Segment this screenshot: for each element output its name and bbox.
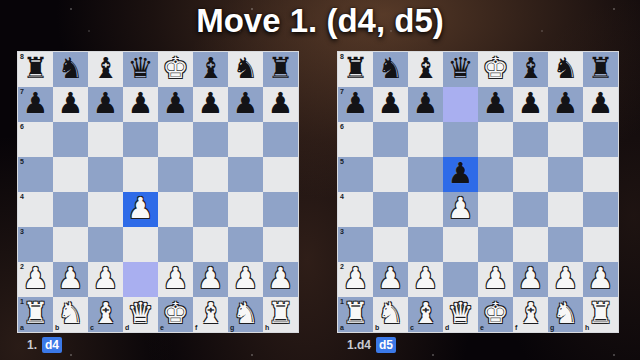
file-label-g: g [550,324,554,331]
square-g4[interactable] [228,192,263,227]
square-d1[interactable]: d♛ [123,297,158,332]
square-d7[interactable]: ♟ [123,87,158,122]
chess-board-right: 8♜♞♝♛♚♝♞♜7♟♟♟♟♟♟♟65♟4♟32♟♟♟♟♟♟♟1a♜b♞c♝d♛… [337,51,619,333]
white-pawn-h2[interactable]: ♟ [268,264,294,295]
white-pawn-b2[interactable]: ♟ [58,264,84,295]
square-b7[interactable]: ♟ [373,87,408,122]
square-c8[interactable]: ♝ [408,52,443,87]
file-label-a: a [340,324,344,331]
file-label-d: d [125,324,129,331]
square-e6[interactable] [478,122,513,157]
square-d7[interactable] [443,87,478,122]
black-pawn-a7[interactable]: ♟ [23,89,49,120]
square-e2[interactable]: ♟ [478,262,513,297]
white-king-e1[interactable]: ♚ [163,299,189,330]
move-list-right: 1.d4 d5 [347,337,396,353]
white-pawn-a2[interactable]: ♟ [343,264,369,295]
black-king-e8[interactable]: ♚ [483,54,509,85]
square-a5[interactable]: 5 [338,157,373,192]
white-knight-b1[interactable]: ♞ [378,299,404,330]
square-b2[interactable]: ♟ [373,262,408,297]
file-label-b: b [55,324,59,331]
white-bishop-c1[interactable]: ♝ [413,299,439,330]
square-f2[interactable]: ♟ [193,262,228,297]
square-e7[interactable]: ♟ [158,87,193,122]
black-bishop-f8[interactable]: ♝ [518,54,544,85]
square-e8[interactable]: ♚ [478,52,513,87]
rank-label-1: 1 [20,298,24,305]
square-b3[interactable] [373,227,408,262]
square-b8[interactable]: ♞ [53,52,88,87]
square-d5[interactable]: ♟ [443,157,478,192]
black-rook-a8[interactable]: ♜ [23,54,49,85]
square-c6[interactable] [408,122,443,157]
square-c2[interactable]: ♟ [88,262,123,297]
square-c7[interactable]: ♟ [408,87,443,122]
square-f5[interactable] [193,157,228,192]
black-pawn-a7[interactable]: ♟ [343,89,369,120]
square-a8[interactable]: 8♜ [338,52,373,87]
square-e1[interactable]: e♚ [158,297,193,332]
square-d6[interactable] [123,122,158,157]
black-pawn-d5[interactable]: ♟ [448,159,474,190]
square-e4[interactable] [478,192,513,227]
square-e3[interactable] [158,227,193,262]
rank-label-6: 6 [20,123,24,130]
square-h1[interactable]: h♜ [583,297,618,332]
square-f1[interactable]: f♝ [513,297,548,332]
file-label-a: a [20,324,24,331]
square-b1[interactable]: b♞ [53,297,88,332]
file-label-g: g [230,324,234,331]
black-pawn-e7[interactable]: ♟ [163,89,189,120]
square-g4[interactable] [548,192,583,227]
current-move-chip[interactable]: d4 [42,337,62,353]
white-pawn-g2[interactable]: ♟ [233,264,259,295]
square-b4[interactable] [53,192,88,227]
square-g2[interactable]: ♟ [548,262,583,297]
square-c1[interactable]: c♝ [408,297,443,332]
square-a2[interactable]: 2♟ [338,262,373,297]
rank-label-8: 8 [340,53,344,60]
black-pawn-e7[interactable]: ♟ [483,89,509,120]
square-f8[interactable]: ♝ [513,52,548,87]
square-d5[interactable] [123,157,158,192]
square-b5[interactable] [53,157,88,192]
file-label-c: c [410,324,414,331]
square-c4[interactable] [88,192,123,227]
square-a5[interactable]: 5 [18,157,53,192]
move-number: 1. [27,338,37,352]
black-knight-g8[interactable]: ♞ [233,54,259,85]
black-knight-b8[interactable]: ♞ [378,54,404,85]
square-b8[interactable]: ♞ [373,52,408,87]
white-pawn-d4[interactable]: ♟ [128,194,154,225]
square-b7[interactable]: ♟ [53,87,88,122]
black-pawn-f7[interactable]: ♟ [518,89,544,120]
file-label-h: h [265,324,269,331]
square-f2[interactable]: ♟ [513,262,548,297]
square-h6[interactable] [583,122,618,157]
square-h2[interactable]: ♟ [263,262,298,297]
square-h1[interactable]: h♜ [263,297,298,332]
square-g1[interactable]: g♞ [228,297,263,332]
square-a8[interactable]: 8♜ [18,52,53,87]
square-c3[interactable] [408,227,443,262]
square-d4[interactable]: ♟ [123,192,158,227]
white-bishop-f1[interactable]: ♝ [518,299,544,330]
square-a4[interactable]: 4 [18,192,53,227]
square-h5[interactable] [263,157,298,192]
white-bishop-c1[interactable]: ♝ [93,299,119,330]
rank-label-5: 5 [340,158,344,165]
square-f4[interactable] [513,192,548,227]
file-label-e: e [160,324,164,331]
current-move-chip[interactable]: d5 [376,337,396,353]
square-e8[interactable]: ♚ [158,52,193,87]
black-queen-d8[interactable]: ♛ [128,54,154,85]
square-f3[interactable] [513,227,548,262]
file-label-f: f [195,324,197,331]
white-pawn-a2[interactable]: ♟ [23,264,49,295]
rank-label-4: 4 [340,193,344,200]
square-b4[interactable] [373,192,408,227]
white-rook-h1[interactable]: ♜ [588,299,614,330]
square-c6[interactable] [88,122,123,157]
black-bishop-f8[interactable]: ♝ [198,54,224,85]
square-e3[interactable] [478,227,513,262]
square-g8[interactable]: ♞ [228,52,263,87]
black-pawn-g7[interactable]: ♟ [553,89,579,120]
square-h5[interactable] [583,157,618,192]
square-g7[interactable]: ♟ [548,87,583,122]
square-f7[interactable]: ♟ [513,87,548,122]
square-h2[interactable]: ♟ [583,262,618,297]
square-b6[interactable] [373,122,408,157]
previous-move: 1.d4 [347,338,371,352]
square-a1[interactable]: 1a♜ [18,297,53,332]
square-f5[interactable] [513,157,548,192]
square-d2[interactable] [123,262,158,297]
black-rook-h8[interactable]: ♜ [588,54,614,85]
page-title: Move 1. (d4, d5) [0,2,640,40]
white-pawn-e2[interactable]: ♟ [483,264,509,295]
white-knight-g1[interactable]: ♞ [553,299,579,330]
file-label-d: d [445,324,449,331]
square-e6[interactable] [158,122,193,157]
square-a4[interactable]: 4 [338,192,373,227]
black-pawn-b7[interactable]: ♟ [58,89,84,120]
black-pawn-c7[interactable]: ♟ [413,89,439,120]
white-pawn-e2[interactable]: ♟ [163,264,189,295]
square-f4[interactable] [193,192,228,227]
black-pawn-b7[interactable]: ♟ [378,89,404,120]
square-c2[interactable]: ♟ [408,262,443,297]
move-list-left: 1. d4 [27,337,62,353]
black-rook-a8[interactable]: ♜ [343,54,369,85]
black-pawn-g7[interactable]: ♟ [233,89,259,120]
square-g7[interactable]: ♟ [228,87,263,122]
square-f1[interactable]: f♝ [193,297,228,332]
white-pawn-f2[interactable]: ♟ [198,264,224,295]
square-f3[interactable] [193,227,228,262]
square-h4[interactable] [263,192,298,227]
square-h8[interactable]: ♜ [583,52,618,87]
square-c7[interactable]: ♟ [88,87,123,122]
square-a7[interactable]: 7♟ [18,87,53,122]
white-bishop-f1[interactable]: ♝ [198,299,224,330]
rank-label-8: 8 [20,53,24,60]
square-d8[interactable]: ♛ [443,52,478,87]
square-c5[interactable] [88,157,123,192]
square-h8[interactable]: ♜ [263,52,298,87]
square-e2[interactable]: ♟ [158,262,193,297]
square-g6[interactable] [228,122,263,157]
square-a6[interactable]: 6 [18,122,53,157]
rank-label-3: 3 [340,228,344,235]
rank-label-4: 4 [20,193,24,200]
square-a1[interactable]: 1a♜ [338,297,373,332]
square-h3[interactable] [263,227,298,262]
file-label-e: e [480,324,484,331]
rank-label-5: 5 [20,158,24,165]
square-e5[interactable] [158,157,193,192]
white-rook-h1[interactable]: ♜ [268,299,294,330]
black-pawn-h7[interactable]: ♟ [588,89,614,120]
white-knight-b1[interactable]: ♞ [58,299,84,330]
square-f8[interactable]: ♝ [193,52,228,87]
square-b6[interactable] [53,122,88,157]
square-b1[interactable]: b♞ [373,297,408,332]
square-a3[interactable]: 3 [338,227,373,262]
square-b3[interactable] [53,227,88,262]
square-e5[interactable] [478,157,513,192]
square-h6[interactable] [263,122,298,157]
white-pawn-c2[interactable]: ♟ [93,264,119,295]
square-c8[interactable]: ♝ [88,52,123,87]
black-rook-h8[interactable]: ♜ [268,54,294,85]
square-h4[interactable] [583,192,618,227]
square-d8[interactable]: ♛ [123,52,158,87]
chess-board-left: 8♜♞♝♛♚♝♞♜7♟♟♟♟♟♟♟♟654♟32♟♟♟♟♟♟♟1a♜b♞c♝d♛… [17,51,299,333]
file-label-h: h [585,324,589,331]
square-g8[interactable]: ♞ [548,52,583,87]
square-g5[interactable] [228,157,263,192]
white-knight-g1[interactable]: ♞ [233,299,259,330]
square-c5[interactable] [408,157,443,192]
black-bishop-c8[interactable]: ♝ [413,54,439,85]
square-g2[interactable]: ♟ [228,262,263,297]
square-g3[interactable] [228,227,263,262]
rank-label-3: 3 [20,228,24,235]
black-king-e8[interactable]: ♚ [163,54,189,85]
square-h3[interactable] [583,227,618,262]
square-g6[interactable] [548,122,583,157]
white-rook-a1[interactable]: ♜ [23,299,49,330]
white-queen-d1[interactable]: ♛ [448,299,474,330]
square-d6[interactable] [443,122,478,157]
square-c3[interactable] [88,227,123,262]
rank-label-1: 1 [340,298,344,305]
square-g3[interactable] [548,227,583,262]
square-c4[interactable] [408,192,443,227]
square-h7[interactable]: ♟ [263,87,298,122]
square-e7[interactable]: ♟ [478,87,513,122]
square-a6[interactable]: 6 [338,122,373,157]
black-pawn-c7[interactable]: ♟ [93,89,119,120]
white-rook-a1[interactable]: ♜ [343,299,369,330]
rank-label-2: 2 [20,263,24,270]
square-d3[interactable] [123,227,158,262]
square-e4[interactable] [158,192,193,227]
black-knight-b8[interactable]: ♞ [58,54,84,85]
black-bishop-c8[interactable]: ♝ [93,54,119,85]
black-pawn-f7[interactable]: ♟ [198,89,224,120]
square-f7[interactable]: ♟ [193,87,228,122]
square-a3[interactable]: 3 [18,227,53,262]
white-pawn-c2[interactable]: ♟ [413,264,439,295]
square-d3[interactable] [443,227,478,262]
square-d1[interactable]: d♛ [443,297,478,332]
rank-label-7: 7 [340,88,344,95]
square-c1[interactable]: c♝ [88,297,123,332]
square-h7[interactable]: ♟ [583,87,618,122]
black-pawn-h7[interactable]: ♟ [268,89,294,120]
white-king-e1[interactable]: ♚ [483,299,509,330]
file-label-c: c [90,324,94,331]
square-e1[interactable]: e♚ [478,297,513,332]
square-d4[interactable]: ♟ [443,192,478,227]
rank-label-7: 7 [20,88,24,95]
white-queen-d1[interactable]: ♛ [128,299,154,330]
square-f6[interactable] [513,122,548,157]
white-pawn-g2[interactable]: ♟ [553,264,579,295]
square-g1[interactable]: g♞ [548,297,583,332]
square-g5[interactable] [548,157,583,192]
square-b2[interactable]: ♟ [53,262,88,297]
square-f6[interactable] [193,122,228,157]
white-pawn-h2[interactable]: ♟ [588,264,614,295]
black-knight-g8[interactable]: ♞ [553,54,579,85]
black-queen-d8[interactable]: ♛ [448,54,474,85]
rank-label-2: 2 [340,263,344,270]
file-label-b: b [375,324,379,331]
white-pawn-b2[interactable]: ♟ [378,264,404,295]
space-background: Move 1. (d4, d5) 8♜♞♝♛♚♝♞♜7♟♟♟♟♟♟♟♟654♟3… [0,0,640,360]
file-label-f: f [515,324,517,331]
square-a2[interactable]: 2♟ [18,262,53,297]
black-pawn-d7[interactable]: ♟ [128,89,154,120]
square-a7[interactable]: 7♟ [338,87,373,122]
white-pawn-f2[interactable]: ♟ [518,264,544,295]
white-pawn-d4[interactable]: ♟ [448,194,474,225]
square-b5[interactable] [373,157,408,192]
rank-label-6: 6 [340,123,344,130]
square-d2[interactable] [443,262,478,297]
